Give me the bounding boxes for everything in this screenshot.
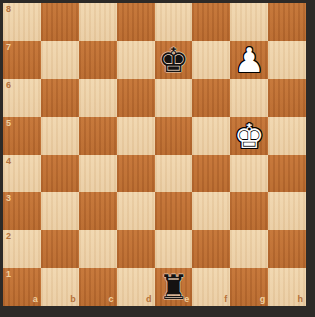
square-g1[interactable]: g: [230, 268, 268, 306]
black-king[interactable]: ♚: [158, 43, 188, 77]
square-c2[interactable]: [79, 230, 117, 268]
square-h4[interactable]: [268, 155, 306, 193]
square-b1[interactable]: b: [41, 268, 79, 306]
file-label-f: f: [224, 295, 227, 304]
square-c6[interactable]: [79, 79, 117, 117]
square-b5[interactable]: [41, 117, 79, 155]
rank-label-1: 1: [6, 270, 11, 279]
black-rook[interactable]: ♜: [158, 270, 188, 304]
square-e5[interactable]: [155, 117, 193, 155]
square-d8[interactable]: [117, 3, 155, 41]
square-f4[interactable]: [192, 155, 230, 193]
file-label-g: g: [260, 295, 266, 304]
square-e8[interactable]: [155, 3, 193, 41]
file-label-d: d: [146, 295, 152, 304]
square-f2[interactable]: [192, 230, 230, 268]
square-b4[interactable]: [41, 155, 79, 193]
square-h8[interactable]: [268, 3, 306, 41]
square-a2[interactable]: 2: [3, 230, 41, 268]
square-b2[interactable]: [41, 230, 79, 268]
square-e7[interactable]: ♚: [155, 41, 193, 79]
square-h3[interactable]: [268, 192, 306, 230]
square-g7[interactable]: ♟: [230, 41, 268, 79]
square-d7[interactable]: [117, 41, 155, 79]
square-c3[interactable]: [79, 192, 117, 230]
square-b7[interactable]: [41, 41, 79, 79]
white-king[interactable]: ♚: [234, 119, 264, 153]
square-a4[interactable]: 4: [3, 155, 41, 193]
square-h7[interactable]: [268, 41, 306, 79]
square-g8[interactable]: [230, 3, 268, 41]
square-e2[interactable]: [155, 230, 193, 268]
square-f5[interactable]: [192, 117, 230, 155]
square-d4[interactable]: [117, 155, 155, 193]
square-f6[interactable]: [192, 79, 230, 117]
file-label-c: c: [109, 295, 114, 304]
square-e1[interactable]: e♜: [155, 268, 193, 306]
square-c5[interactable]: [79, 117, 117, 155]
square-c1[interactable]: c: [79, 268, 117, 306]
square-d5[interactable]: [117, 117, 155, 155]
square-f7[interactable]: [192, 41, 230, 79]
square-a3[interactable]: 3: [3, 192, 41, 230]
square-g3[interactable]: [230, 192, 268, 230]
square-e6[interactable]: [155, 79, 193, 117]
file-label-b: b: [70, 295, 76, 304]
square-d1[interactable]: d: [117, 268, 155, 306]
square-f1[interactable]: f: [192, 268, 230, 306]
square-g6[interactable]: [230, 79, 268, 117]
rank-label-2: 2: [6, 232, 11, 241]
rank-label-3: 3: [6, 194, 11, 203]
square-g4[interactable]: [230, 155, 268, 193]
square-h5[interactable]: [268, 117, 306, 155]
square-c8[interactable]: [79, 3, 117, 41]
square-a1[interactable]: 1a: [3, 268, 41, 306]
square-f8[interactable]: [192, 3, 230, 41]
rank-label-5: 5: [6, 119, 11, 128]
rank-label-6: 6: [6, 81, 11, 90]
rank-label-4: 4: [6, 157, 11, 166]
square-a6[interactable]: 6: [3, 79, 41, 117]
square-h6[interactable]: [268, 79, 306, 117]
square-a7[interactable]: 7: [3, 41, 41, 79]
square-e3[interactable]: [155, 192, 193, 230]
square-d2[interactable]: [117, 230, 155, 268]
square-g5[interactable]: ♚: [230, 117, 268, 155]
file-label-a: a: [33, 295, 38, 304]
square-d3[interactable]: [117, 192, 155, 230]
square-h1[interactable]: h: [268, 268, 306, 306]
square-c4[interactable]: [79, 155, 117, 193]
white-pawn[interactable]: ♟: [234, 43, 264, 77]
rank-label-7: 7: [6, 43, 11, 52]
square-f3[interactable]: [192, 192, 230, 230]
square-b3[interactable]: [41, 192, 79, 230]
chess-board: 87♚♟65♚4321abcde♜fgh: [3, 3, 306, 306]
square-h2[interactable]: [268, 230, 306, 268]
square-b6[interactable]: [41, 79, 79, 117]
board-frame: 87♚♟65♚4321abcde♜fgh: [0, 0, 315, 317]
square-a8[interactable]: 8: [3, 3, 41, 41]
rank-label-8: 8: [6, 5, 11, 14]
square-e4[interactable]: [155, 155, 193, 193]
file-label-h: h: [298, 295, 304, 304]
square-d6[interactable]: [117, 79, 155, 117]
square-c7[interactable]: [79, 41, 117, 79]
square-b8[interactable]: [41, 3, 79, 41]
square-g2[interactable]: [230, 230, 268, 268]
square-a5[interactable]: 5: [3, 117, 41, 155]
